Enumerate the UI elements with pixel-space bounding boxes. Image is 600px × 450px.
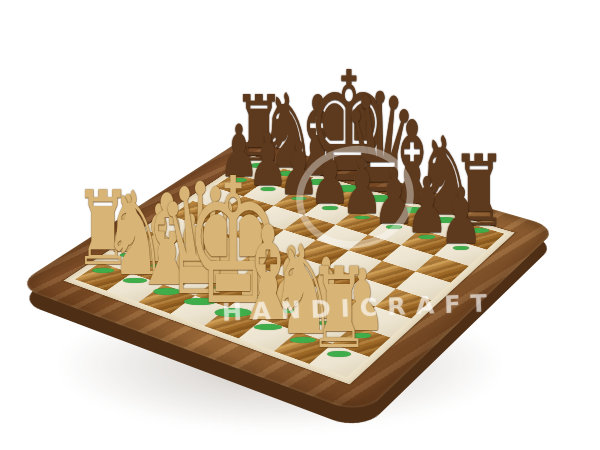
- green-felt-base: [322, 206, 338, 210]
- product-photo-scene: ♜♞♝♚♛♝♞♜♟♟♟♟♟♟♟♟♟♟♟♟♟♟♟♟♜♞♝♛♚♝♞♜ HANDICR…: [0, 0, 600, 450]
- green-felt-base: [419, 235, 435, 239]
- green-felt-base: [386, 225, 402, 229]
- green-felt-base: [328, 351, 351, 357]
- green-felt-base: [453, 246, 469, 250]
- green-felt-base: [354, 216, 370, 220]
